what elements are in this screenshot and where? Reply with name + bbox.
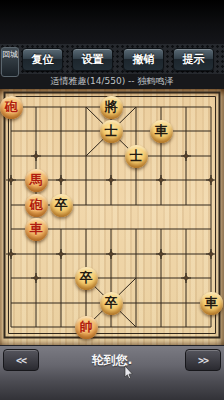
piece-black-chariot[interactable]: 車 <box>150 120 173 143</box>
piece-red-king[interactable]: 帥 <box>75 316 98 339</box>
piece-red-chariot[interactable]: 車 <box>25 218 48 241</box>
piece-black-soldier[interactable]: 卒 <box>75 267 98 290</box>
hint-button[interactable]: 提示 <box>173 48 214 71</box>
puzzle-title: 适情雅趣(14/550) -- 独鹤鸣泽 <box>0 74 224 89</box>
xiangqi-board[interactable]: 砲馬砲車帥將士車士卒卒卒車 <box>0 89 224 345</box>
toolbar: 回城 复位 设置 撤销 提示 <box>0 44 224 74</box>
piece-black-advisor[interactable]: 士 <box>125 145 148 168</box>
back-to-lobby-button[interactable]: 回城 <box>1 47 19 77</box>
bottom-bar: << 轮到您. >> <box>0 345 224 400</box>
piece-black-chariot[interactable]: 車 <box>200 292 223 315</box>
piece-black-general[interactable]: 將 <box>100 96 123 119</box>
mouse-cursor <box>124 366 134 380</box>
piece-red-cannon[interactable]: 砲 <box>25 194 48 217</box>
piece-red-cannon[interactable]: 砲 <box>0 96 23 119</box>
app-screen: 回城 复位 设置 撤销 提示 适情雅趣(14/550) -- 独鹤鸣泽 砲馬砲車… <box>0 0 224 400</box>
piece-black-soldier[interactable]: 卒 <box>50 194 73 217</box>
undo-button[interactable]: 撤销 <box>123 48 164 71</box>
piece-black-soldier[interactable]: 卒 <box>100 292 123 315</box>
reset-button[interactable]: 复位 <box>22 48 63 71</box>
next-move-button[interactable]: >> <box>185 349 221 371</box>
piece-black-advisor[interactable]: 士 <box>100 120 123 143</box>
status-strip <box>0 0 224 44</box>
piece-red-horse[interactable]: 馬 <box>25 169 48 192</box>
settings-button[interactable]: 设置 <box>72 48 113 71</box>
